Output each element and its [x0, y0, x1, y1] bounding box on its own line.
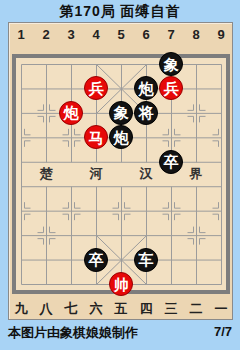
file-label-top: 8 [186, 27, 207, 42]
file-label-bottom: 九 [11, 300, 32, 318]
piece-red-f3r3[interactable]: 炮 [59, 101, 83, 125]
footer: 本图片由象棋娘娘制作 7/7 [8, 324, 232, 342]
file-label-top: 7 [161, 27, 182, 42]
file-label-top: 5 [111, 27, 132, 42]
file-label-bottom: 七 [61, 300, 82, 318]
river-char: 楚 [37, 165, 55, 183]
page: 第170局 面缚自首 123456789 楚河汉界象兵炮兵炮象将马炮卒卒车帅 九… [0, 0, 240, 350]
file-label-top: 1 [11, 27, 32, 42]
piece-black-f6r2[interactable]: 炮 [134, 76, 158, 100]
piece-black-f7r5[interactable]: 卒 [159, 150, 183, 174]
piece-red-f7r2[interactable]: 兵 [159, 76, 183, 100]
file-label-bottom: 四 [136, 300, 157, 318]
piece-red-f4r4[interactable]: 马 [84, 125, 108, 149]
file-label-top: 9 [211, 27, 232, 42]
credit-text: 本图片由象棋娘娘制作 [8, 324, 138, 342]
river-char: 河 [87, 165, 105, 183]
file-label-top: 4 [86, 27, 107, 42]
river-char: 汉 [137, 165, 155, 183]
file-label-bottom: 八 [36, 300, 57, 318]
pieces-layer: 楚河汉界象兵炮兵炮象将马炮卒卒车帅 [21, 64, 222, 285]
piece-black-f7r1[interactable]: 象 [159, 52, 183, 76]
file-label-bottom: 二 [186, 300, 207, 318]
piece-black-f5r4[interactable]: 炮 [109, 125, 133, 149]
file-label-top: 6 [136, 27, 157, 42]
file-label-top: 3 [61, 27, 82, 42]
piece-red-f5r10[interactable]: 帅 [109, 272, 133, 296]
board-frame: 楚河汉界象兵炮兵炮象将马炮卒卒车帅 [12, 54, 230, 294]
file-label-bottom: 三 [161, 300, 182, 318]
piece-red-f4r2[interactable]: 兵 [84, 76, 108, 100]
piece-black-f5r3[interactable]: 象 [109, 101, 133, 125]
piece-black-f4r9[interactable]: 卒 [84, 248, 108, 272]
page-indicator: 7/7 [214, 324, 232, 342]
puzzle-title: 第170局 面缚自首 [0, 3, 240, 21]
piece-black-f6r3[interactable]: 将 [134, 101, 158, 125]
file-label-top: 2 [36, 27, 57, 42]
piece-black-f6r9[interactable]: 车 [134, 248, 158, 272]
file-label-bottom: 五 [111, 300, 132, 318]
river-char: 界 [187, 165, 205, 183]
file-label-bottom: 一 [211, 300, 232, 318]
file-label-bottom: 六 [86, 300, 107, 318]
board-panel: 123456789 楚河汉界象兵炮兵炮象将马炮卒卒车帅 九八七六五四三二一 [8, 22, 233, 320]
